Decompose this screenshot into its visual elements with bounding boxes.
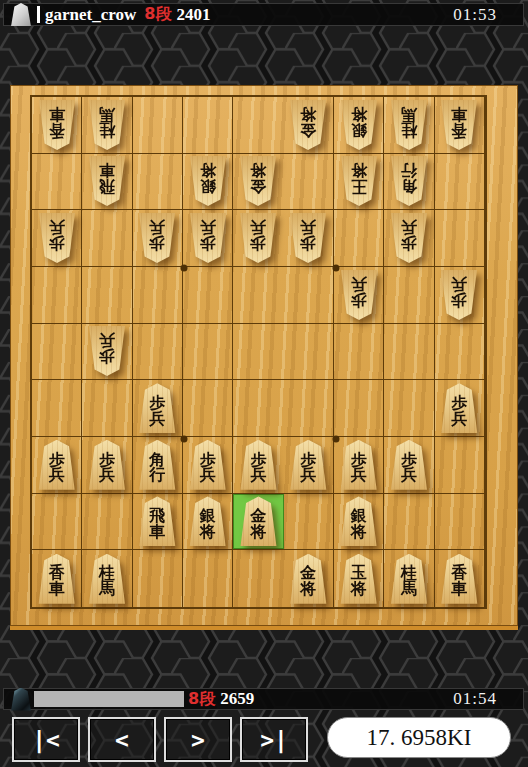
square-7g[interactable]: 角行 [133,437,183,494]
square-7c[interactable]: 歩兵 [133,210,183,267]
square-7b[interactable] [133,154,183,211]
gote-pawn: 歩兵 [334,267,383,323]
square-4c[interactable]: 歩兵 [284,210,334,267]
sente-lance: 香車 [32,550,81,607]
opponent-clock: 01:53 [453,5,515,25]
gote-knight: 桂馬 [82,97,131,153]
square-3g[interactable]: 歩兵 [334,437,384,494]
square-5a[interactable] [233,97,283,154]
square-1g[interactable] [435,437,485,494]
sente-silver: 銀将 [183,494,232,550]
first-move-button[interactable]: |< [12,717,80,762]
player-name-hidden [34,691,184,707]
square-3f[interactable] [334,380,384,437]
opponent-name: garnet_crow [45,5,136,25]
square-5h[interactable]: 金将 [233,494,283,551]
square-5e[interactable] [233,324,283,381]
sente-lance: 香車 [435,550,484,607]
gote-pawn: 歩兵 [82,324,131,380]
square-4a[interactable]: 金将 [284,97,334,154]
sente-gold: 金将 [233,494,283,550]
sente-pawn: 歩兵 [384,437,433,493]
gote-pawn: 歩兵 [435,267,484,323]
square-5i[interactable] [233,550,283,607]
square-6i[interactable] [183,550,233,607]
player-rating: 2659 [220,689,254,709]
gote-bishop: 角行 [384,154,433,210]
sente-silver: 銀将 [334,494,383,550]
black-piece-icon [10,688,32,711]
gote-pawn: 歩兵 [133,210,182,266]
square-5d[interactable] [233,267,283,324]
square-1b[interactable] [435,154,485,211]
opponent-bar: garnet_crow 8段 2401 01:53 [3,3,524,26]
square-5g[interactable]: 歩兵 [233,437,283,494]
name-divider [37,6,40,23]
square-6f[interactable] [183,380,233,437]
square-5b[interactable]: 金将 [233,154,283,211]
sente-pawn: 歩兵 [334,437,383,493]
square-2g[interactable]: 歩兵 [384,437,434,494]
gote-gold: 金将 [284,97,333,153]
square-8c[interactable] [82,210,132,267]
square-2e[interactable] [384,324,434,381]
square-4h[interactable] [284,494,334,551]
move-display: 17. 6958KI [327,717,511,758]
opponent-rating: 2401 [176,5,210,25]
sente-bishop: 角行 [133,437,182,493]
square-3e[interactable] [334,324,384,381]
gote-pawn: 歩兵 [233,210,283,266]
square-2b[interactable]: 角行 [384,154,434,211]
gote-rook: 飛車 [82,154,131,210]
gote-lance: 香車 [32,97,81,153]
square-2d[interactable] [384,267,434,324]
player-bar: 8段 2659 01:54 [3,688,524,710]
sente-rook: 飛車 [133,494,182,550]
square-2c[interactable]: 歩兵 [384,210,434,267]
square-5f[interactable] [233,380,283,437]
sente-pawn: 歩兵 [183,437,232,493]
prev-move-button[interactable]: < [88,717,156,762]
square-6d[interactable] [183,267,233,324]
shogi-board: 香車桂馬金将銀将桂馬香車飛車銀将金将王将角行歩兵歩兵歩兵歩兵歩兵歩兵歩兵歩兵歩兵… [10,85,518,630]
square-4i[interactable]: 金将 [284,550,334,607]
sente-pawn: 歩兵 [233,437,283,493]
square-9h[interactable] [32,494,82,551]
square-8d[interactable] [82,267,132,324]
white-piece-icon [10,3,32,26]
square-7a[interactable] [133,97,183,154]
square-9g[interactable]: 歩兵 [32,437,82,494]
last-move-button[interactable]: >| [240,717,308,762]
square-4e[interactable] [284,324,334,381]
square-9d[interactable] [32,267,82,324]
sente-pawn: 歩兵 [133,380,182,436]
sente-gold: 金将 [284,550,333,607]
square-6g[interactable]: 歩兵 [183,437,233,494]
square-7e[interactable] [133,324,183,381]
square-2h[interactable] [384,494,434,551]
square-9b[interactable] [32,154,82,211]
square-4f[interactable] [284,380,334,437]
square-8g[interactable]: 歩兵 [82,437,132,494]
square-3d[interactable]: 歩兵 [334,267,384,324]
square-3h[interactable]: 銀将 [334,494,384,551]
gote-pawn: 歩兵 [183,210,232,266]
player-rank: 8段 [188,689,215,710]
sente-pawn: 歩兵 [32,437,81,493]
square-9a[interactable]: 香車 [32,97,82,154]
square-3c[interactable] [334,210,384,267]
square-6h[interactable]: 銀将 [183,494,233,551]
square-2a[interactable]: 桂馬 [384,97,434,154]
square-7i[interactable] [133,550,183,607]
square-1f[interactable]: 歩兵 [435,380,485,437]
player-clock: 01:54 [453,689,515,709]
square-1c[interactable] [435,210,485,267]
square-8f[interactable] [82,380,132,437]
gote-lance: 香車 [435,97,484,153]
square-2f[interactable] [384,380,434,437]
sente-king: 玉将 [334,550,383,607]
gote-king: 王将 [334,154,383,210]
square-8i[interactable]: 桂馬 [82,550,132,607]
gote-pawn: 歩兵 [384,210,433,266]
gote-pawn: 歩兵 [284,210,333,266]
sente-pawn: 歩兵 [82,437,131,493]
square-8h[interactable] [82,494,132,551]
square-2i[interactable]: 桂馬 [384,550,434,607]
gote-silver: 銀将 [334,97,383,153]
square-6e[interactable] [183,324,233,381]
square-5c[interactable]: 歩兵 [233,210,283,267]
opponent-rank: 8段 [144,4,171,25]
square-6b[interactable]: 銀将 [183,154,233,211]
sente-pawn: 歩兵 [435,380,484,436]
square-7d[interactable] [133,267,183,324]
gote-gold: 金将 [233,154,283,210]
sente-knight: 桂馬 [384,550,433,607]
square-3a[interactable]: 銀将 [334,97,384,154]
square-1h[interactable] [435,494,485,551]
square-6c[interactable]: 歩兵 [183,210,233,267]
square-9i[interactable]: 香車 [32,550,82,607]
square-9e[interactable] [32,324,82,381]
square-1e[interactable] [435,324,485,381]
square-1i[interactable]: 香車 [435,550,485,607]
square-8a[interactable]: 桂馬 [82,97,132,154]
square-6a[interactable] [183,97,233,154]
sente-knight: 桂馬 [82,550,131,607]
square-8b[interactable]: 飛車 [82,154,132,211]
square-1d[interactable]: 歩兵 [435,267,485,324]
square-1a[interactable]: 香車 [435,97,485,154]
next-move-button[interactable]: > [164,717,232,762]
square-9f[interactable] [32,380,82,437]
sente-pawn: 歩兵 [284,437,333,493]
square-7f[interactable]: 歩兵 [133,380,183,437]
board-grid: 香車桂馬金将銀将桂馬香車飛車銀将金将王将角行歩兵歩兵歩兵歩兵歩兵歩兵歩兵歩兵歩兵… [30,95,487,609]
square-3i[interactable]: 玉将 [334,550,384,607]
gote-silver: 銀将 [183,154,232,210]
square-4g[interactable]: 歩兵 [284,437,334,494]
gote-pawn: 歩兵 [32,210,81,266]
square-4b[interactable] [284,154,334,211]
square-3b[interactable]: 王将 [334,154,384,211]
gote-knight: 桂馬 [384,97,433,153]
square-9c[interactable]: 歩兵 [32,210,82,267]
square-4d[interactable] [284,267,334,324]
square-8e[interactable]: 歩兵 [82,324,132,381]
square-7h[interactable]: 飛車 [133,494,183,551]
